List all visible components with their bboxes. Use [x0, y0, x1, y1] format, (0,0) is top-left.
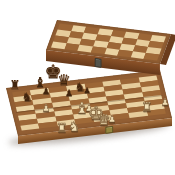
- product-photo-scene: ♜♞♝♟♚♛♟♞♟♟♜♞♝♟♚♛♟♜♟: [0, 0, 175, 175]
- piece-light-pawn: ♟: [42, 104, 50, 113]
- piece-dark-pawn: ♟: [83, 87, 90, 95]
- piece-light-rook: ♜: [57, 122, 68, 134]
- piece-light-pawn: ♟: [108, 115, 116, 124]
- piece-light-pawn: ♟: [161, 98, 169, 107]
- piece-dark-knight: ♞: [22, 91, 33, 103]
- pieces-layer: ♜♞♝♟♚♛♟♞♟♟♜♞♝♟♚♛♟♜♟: [0, 0, 175, 175]
- piece-dark-queen: ♛: [57, 73, 70, 88]
- piece-dark-pawn: ♟: [42, 87, 50, 96]
- piece-dark-pawn: ♟: [65, 89, 73, 98]
- piece-light-knight: ♞: [68, 120, 80, 133]
- piece-dark-rook: ♜: [10, 79, 21, 91]
- piece-light-rook: ♜: [142, 101, 153, 113]
